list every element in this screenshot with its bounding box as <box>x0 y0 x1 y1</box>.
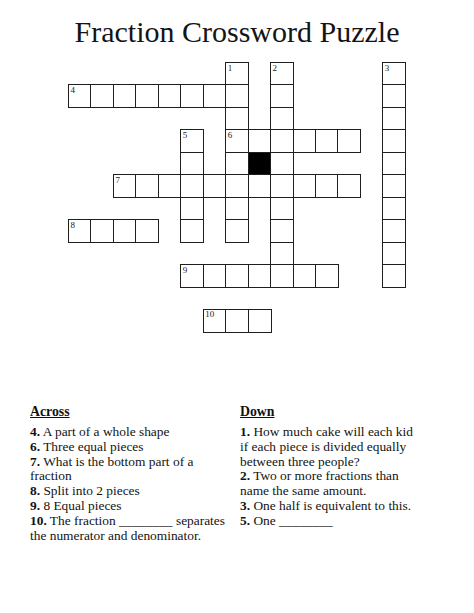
grid-cell[interactable] <box>270 242 294 266</box>
grid-cell[interactable] <box>158 174 182 198</box>
blocked-cell <box>248 152 272 176</box>
grid-cell[interactable] <box>225 174 249 198</box>
grid-cell[interactable] <box>225 219 249 243</box>
grid-cell[interactable] <box>382 107 406 131</box>
grid-cell[interactable]: 8 <box>68 219 92 243</box>
grid-cell[interactable] <box>270 264 294 288</box>
clue-number: 1. <box>240 424 250 439</box>
cell-number: 3 <box>385 63 390 73</box>
grid-cell[interactable] <box>270 219 294 243</box>
grid-cell[interactable] <box>293 174 317 198</box>
grid-cell[interactable] <box>90 84 114 108</box>
grid-cell[interactable] <box>382 197 406 221</box>
clue-number: 4. <box>30 424 40 439</box>
grid-cell[interactable]: 1 <box>225 62 249 86</box>
clue-number: 6. <box>30 439 40 454</box>
grid-cell[interactable] <box>203 84 227 108</box>
grid-cell[interactable]: 7 <box>113 174 137 198</box>
cell-number: 6 <box>228 130 233 140</box>
grid-cell[interactable] <box>382 242 406 266</box>
grid-cell[interactable] <box>135 219 159 243</box>
grid-cell[interactable] <box>225 309 249 333</box>
grid-cell[interactable] <box>337 129 361 153</box>
clue-item: 1. How much cake will each kid if each p… <box>240 425 420 469</box>
grid-cell[interactable] <box>337 174 361 198</box>
grid-cell[interactable] <box>113 219 137 243</box>
across-clues-section: Across 4. A part of a whole shape6. Thre… <box>30 404 232 543</box>
grid-cell[interactable] <box>382 152 406 176</box>
grid-cell[interactable] <box>203 174 227 198</box>
cell-number: 2 <box>273 63 278 73</box>
grid-cell[interactable] <box>135 174 159 198</box>
clue-number: 10. <box>30 513 47 528</box>
clue-number: 7. <box>30 454 40 469</box>
grid-cell[interactable] <box>293 264 317 288</box>
grid-cell[interactable] <box>270 107 294 131</box>
grid-cell[interactable] <box>225 107 249 131</box>
clue-number: 9. <box>30 498 40 513</box>
clue-item: 10. The fraction ________ separates the … <box>30 514 232 544</box>
grid-cell[interactable]: 2 <box>270 62 294 86</box>
across-header: Across <box>30 404 232 420</box>
cell-number: 10 <box>205 309 214 319</box>
grid-cell[interactable] <box>158 84 182 108</box>
clue-number: 2. <box>240 468 250 483</box>
cell-number: 9 <box>183 265 188 275</box>
grid-cell[interactable] <box>248 309 272 333</box>
grid-cell[interactable] <box>382 174 406 198</box>
across-clue-list: 4. A part of a whole shape6. Three equal… <box>30 425 232 543</box>
down-clues-section: Down 1. How much cake will each kid if e… <box>240 404 420 529</box>
grid-cell[interactable] <box>180 174 204 198</box>
grid-cell[interactable] <box>180 197 204 221</box>
grid-cell[interactable] <box>113 84 137 108</box>
grid-cell[interactable] <box>382 129 406 153</box>
clue-item: 4. A part of a whole shape <box>30 425 232 440</box>
grid-cell[interactable] <box>180 219 204 243</box>
worksheet-page: Fraction Crossword Puzzle 12345678910 Ac… <box>0 0 474 613</box>
grid-cell[interactable] <box>225 152 249 176</box>
grid-cell[interactable]: 5 <box>180 129 204 153</box>
grid-cell[interactable] <box>382 264 406 288</box>
grid-cell[interactable] <box>225 197 249 221</box>
grid-cell[interactable] <box>248 174 272 198</box>
grid-cell[interactable] <box>225 84 249 108</box>
clue-number: 8. <box>30 483 40 498</box>
grid-cell[interactable] <box>270 84 294 108</box>
grid-cell[interactable] <box>270 174 294 198</box>
grid-cell[interactable] <box>315 174 339 198</box>
grid-cell[interactable] <box>315 264 339 288</box>
grid-cell[interactable]: 10 <box>203 309 227 333</box>
clue-item: 5. One ________ <box>240 514 420 529</box>
grid-cell[interactable]: 6 <box>225 129 249 153</box>
grid-cell[interactable] <box>293 129 317 153</box>
clue-item: 2. Two or more fractions than name the s… <box>240 469 420 499</box>
cell-number: 1 <box>228 63 233 73</box>
down-clue-list: 1. How much cake will each kid if each p… <box>240 425 420 529</box>
cell-number: 8 <box>71 220 76 230</box>
clue-item: 8. Split into 2 pieces <box>30 484 232 499</box>
down-header: Down <box>240 404 420 420</box>
grid-cell[interactable] <box>135 84 159 108</box>
grid-cell[interactable] <box>248 129 272 153</box>
grid-cell[interactable] <box>270 129 294 153</box>
grid-cell[interactable]: 3 <box>382 62 406 86</box>
grid-cell[interactable] <box>270 197 294 221</box>
grid-cell[interactable] <box>203 264 227 288</box>
clue-number: 5. <box>240 513 250 528</box>
grid-cell[interactable] <box>382 84 406 108</box>
grid-cell[interactable]: 9 <box>180 264 204 288</box>
grid-cell[interactable] <box>270 152 294 176</box>
page-title: Fraction Crossword Puzzle <box>0 15 474 49</box>
grid-cell[interactable] <box>90 219 114 243</box>
grid-cell[interactable] <box>180 84 204 108</box>
grid-cell[interactable] <box>315 129 339 153</box>
grid-cell[interactable] <box>382 219 406 243</box>
cell-number: 4 <box>71 85 76 95</box>
cell-number: 7 <box>115 175 120 185</box>
crossword-grid: 12345678910 <box>68 62 406 333</box>
clue-item: 3. One half is equivalent to this. <box>240 499 420 514</box>
cell-number: 5 <box>183 130 188 140</box>
grid-cell[interactable] <box>248 264 272 288</box>
grid-cell[interactable] <box>225 264 249 288</box>
clue-item: 6. Three equal pieces <box>30 440 232 455</box>
clue-number: 3. <box>240 498 250 513</box>
grid-cell[interactable]: 4 <box>68 84 92 108</box>
clue-item: 9. 8 Equal pieces <box>30 499 232 514</box>
clue-item: 7. What is the bottom part of a fraction <box>30 455 232 485</box>
grid-cell[interactable] <box>180 152 204 176</box>
